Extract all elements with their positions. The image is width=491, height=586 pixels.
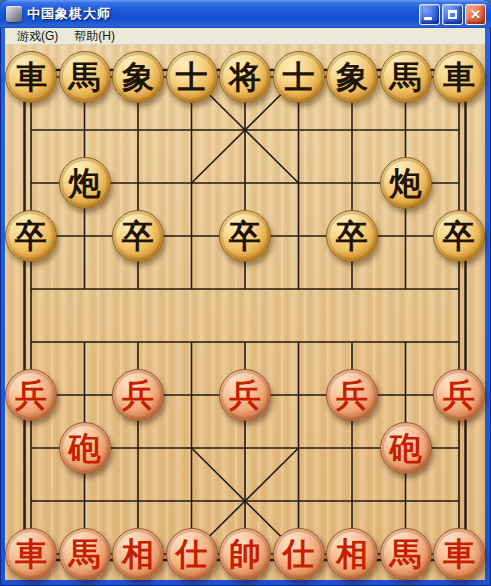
maximize-button[interactable] xyxy=(442,4,463,25)
window-title: 中国象棋大师 xyxy=(27,5,419,23)
menu-item-help[interactable]: 帮助(H) xyxy=(67,28,122,44)
piece-rB-g1[interactable]: 相 xyxy=(326,528,378,580)
app-window: 中国象棋大师 ✕ 游戏(G) 帮助(H) xyxy=(0,0,491,586)
piece-rP-i4[interactable]: 兵 xyxy=(433,369,485,421)
piece-bN-h10[interactable]: 馬 xyxy=(380,51,432,103)
piece-bR-a10[interactable]: 車 xyxy=(5,51,57,103)
piece-bK-e10[interactable]: 将 xyxy=(219,51,271,103)
piece-bC-b8[interactable]: 炮 xyxy=(59,157,111,209)
piece-rR-i1[interactable]: 車 xyxy=(433,528,485,580)
piece-rC-h3[interactable]: 砲 xyxy=(380,422,432,474)
piece-rP-g4[interactable]: 兵 xyxy=(326,369,378,421)
xiangqi-board[interactable]: 車馬象士将士象馬車炮炮卒卒卒卒卒兵兵兵兵兵砲砲車馬相仕帥仕相馬車 xyxy=(5,45,485,580)
piece-rN-h1[interactable]: 馬 xyxy=(380,528,432,580)
piece-bB-c10[interactable]: 象 xyxy=(112,51,164,103)
minimize-icon xyxy=(424,17,432,20)
piece-bB-g10[interactable]: 象 xyxy=(326,51,378,103)
window-controls: ✕ xyxy=(419,4,486,25)
piece-bP-e7[interactable]: 卒 xyxy=(219,210,271,262)
piece-rP-c4[interactable]: 兵 xyxy=(112,369,164,421)
piece-bP-c7[interactable]: 卒 xyxy=(112,210,164,262)
piece-rP-e4[interactable]: 兵 xyxy=(219,369,271,421)
piece-bA-d10[interactable]: 士 xyxy=(166,51,218,103)
piece-rR-a1[interactable]: 車 xyxy=(5,528,57,580)
piece-rA-d1[interactable]: 仕 xyxy=(166,528,218,580)
piece-bP-i7[interactable]: 卒 xyxy=(433,210,485,262)
piece-rP-a4[interactable]: 兵 xyxy=(5,369,57,421)
piece-rA-f1[interactable]: 仕 xyxy=(273,528,325,580)
piece-rK-e1[interactable]: 帥 xyxy=(219,528,271,580)
piece-bR-i10[interactable]: 車 xyxy=(433,51,485,103)
piece-bN-b10[interactable]: 馬 xyxy=(59,51,111,103)
piece-bP-a7[interactable]: 卒 xyxy=(5,210,57,262)
piece-bA-f10[interactable]: 士 xyxy=(273,51,325,103)
piece-bP-g7[interactable]: 卒 xyxy=(326,210,378,262)
menu-bar: 游戏(G) 帮助(H) xyxy=(5,28,485,45)
piece-bC-h8[interactable]: 炮 xyxy=(380,157,432,209)
menu-item-game[interactable]: 游戏(G) xyxy=(10,28,65,44)
piece-rB-c1[interactable]: 相 xyxy=(112,528,164,580)
close-button[interactable]: ✕ xyxy=(465,4,486,25)
close-icon: ✕ xyxy=(470,8,481,21)
maximize-icon xyxy=(448,10,457,19)
minimize-button[interactable] xyxy=(419,4,440,25)
title-bar: 中国象棋大师 ✕ xyxy=(0,0,491,28)
board-grid-lines xyxy=(5,45,485,580)
piece-rC-b3[interactable]: 砲 xyxy=(59,422,111,474)
app-icon xyxy=(6,6,22,22)
piece-rN-b1[interactable]: 馬 xyxy=(59,528,111,580)
